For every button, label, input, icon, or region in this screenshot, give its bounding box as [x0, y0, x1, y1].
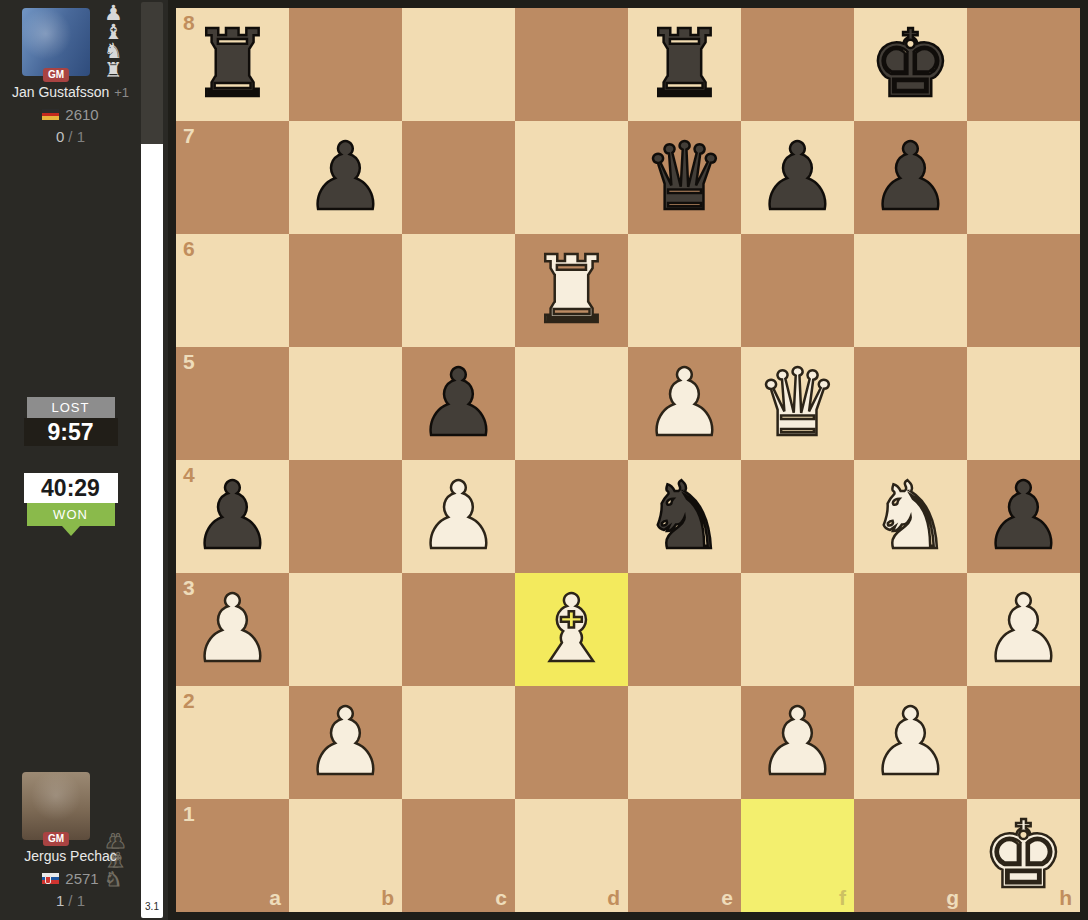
rating-row-bottom: 2571 [0, 870, 141, 887]
score-value: 0 [56, 128, 64, 145]
square-e3[interactable] [628, 573, 741, 686]
square-a4[interactable]: 4♟ [176, 460, 289, 573]
player-avatar-top[interactable]: GM [22, 8, 90, 76]
piece-white-rook[interactable]: ♜ [515, 234, 628, 347]
square-c7[interactable] [402, 121, 515, 234]
square-d2[interactable] [515, 686, 628, 799]
result-badge-won: WON [27, 503, 115, 526]
app: GM ♟♝♞♜ Jan Gustafsson +1 2610 0 / 1 LOS… [0, 0, 1088, 920]
square-a6[interactable]: 6 [176, 234, 289, 347]
piece-white-pawn[interactable]: ♟ [967, 573, 1080, 686]
clock-top-player: 9:57 [24, 418, 118, 446]
square-f6[interactable] [741, 234, 854, 347]
square-e8[interactable]: ♜ [628, 8, 741, 121]
rank-label-1: 1 [183, 803, 195, 824]
germany-flag-icon [42, 109, 59, 120]
square-c6[interactable] [402, 234, 515, 347]
rating-row-top: 2610 [0, 106, 141, 123]
piece-black-rook[interactable]: ♜ [628, 8, 741, 121]
player-rating: 2571 [65, 870, 98, 887]
square-d5[interactable] [515, 347, 628, 460]
piece-white-pawn[interactable]: ♟ [402, 460, 515, 573]
square-e4[interactable]: ♞ [628, 460, 741, 573]
square-g8[interactable]: ♚ [854, 8, 967, 121]
square-e7[interactable]: ♛ [628, 121, 741, 234]
player-avatar-bottom[interactable]: GM [22, 772, 90, 840]
piece-black-rook[interactable]: ♜ [176, 8, 289, 121]
square-h1[interactable]: h♚ [967, 799, 1080, 912]
square-d6[interactable]: ♜ [515, 234, 628, 347]
eval-white-portion: 3.1 [141, 144, 163, 918]
piece-black-king[interactable]: ♚ [854, 8, 967, 121]
piece-white-pawn[interactable]: ♟ [176, 573, 289, 686]
captured-rook-icon: ♜ [104, 58, 123, 82]
piece-white-bishop[interactable]: ♝ [515, 573, 628, 686]
square-e2[interactable] [628, 686, 741, 799]
clock-bottom-player: 40:29 [24, 473, 118, 503]
score-total: / 1 [68, 128, 85, 145]
eval-black-portion [141, 2, 163, 144]
square-a1[interactable]: 1a [176, 799, 289, 912]
match-score-bottom: 1 / 1 [0, 892, 141, 909]
piece-white-pawn[interactable]: ♟ [854, 686, 967, 799]
file-label-b: b [381, 887, 394, 908]
piece-black-pawn[interactable]: ♟ [741, 121, 854, 234]
square-a8[interactable]: 8♜ [176, 8, 289, 121]
square-e6[interactable] [628, 234, 741, 347]
rank-label-5: 5 [183, 351, 195, 372]
square-c1[interactable]: c [402, 799, 515, 912]
square-c8[interactable] [402, 8, 515, 121]
score-value: 1 [56, 892, 64, 909]
board-frame: 8♜♜♚7♟♛♟♟6♜5♟♟♛4♟♟♞♞♟3♟♝♟2♟♟♟1abcdefgh♚ [168, 0, 1088, 920]
gm-title-badge: GM [43, 832, 69, 846]
file-label-g: g [946, 887, 959, 908]
square-h3[interactable]: ♟ [967, 573, 1080, 686]
piece-white-knight[interactable]: ♞ [854, 460, 967, 573]
square-g5[interactable] [854, 347, 967, 460]
square-g7[interactable]: ♟ [854, 121, 967, 234]
square-g6[interactable] [854, 234, 967, 347]
piece-white-queen[interactable]: ♛ [741, 347, 854, 460]
piece-black-pawn[interactable]: ♟ [854, 121, 967, 234]
square-f2[interactable]: ♟ [741, 686, 854, 799]
square-b6[interactable] [289, 234, 402, 347]
eval-score: 3.1 [141, 901, 163, 912]
square-g4[interactable]: ♞ [854, 460, 967, 573]
result-badge-lost: LOST [27, 397, 115, 418]
square-b5[interactable] [289, 347, 402, 460]
gm-title-badge: GM [43, 68, 69, 82]
square-b2[interactable]: ♟ [289, 686, 402, 799]
clocks-panel: LOST 9:57 40:29 WON [0, 397, 141, 536]
square-d7[interactable] [515, 121, 628, 234]
piece-black-pawn[interactable]: ♟ [402, 347, 515, 460]
square-h4[interactable]: ♟ [967, 460, 1080, 573]
piece-black-pawn[interactable]: ♟ [176, 460, 289, 573]
player-name[interactable]: Jan Gustafsson [12, 84, 109, 100]
player-name-row-bottom: Jergus Pechac [0, 848, 141, 864]
square-h6[interactable] [967, 234, 1080, 347]
square-d4[interactable] [515, 460, 628, 573]
square-b7[interactable]: ♟ [289, 121, 402, 234]
square-f7[interactable]: ♟ [741, 121, 854, 234]
square-a2[interactable]: 2 [176, 686, 289, 799]
score-total: / 1 [68, 892, 85, 909]
piece-black-pawn[interactable]: ♟ [967, 460, 1080, 573]
square-b4[interactable] [289, 460, 402, 573]
rank-label-6: 6 [183, 238, 195, 259]
square-f4[interactable] [741, 460, 854, 573]
piece-white-king[interactable]: ♚ [967, 799, 1080, 912]
player-rating: 2610 [65, 106, 98, 123]
square-g1[interactable]: g [854, 799, 967, 912]
player-name[interactable]: Jergus Pechac [24, 848, 117, 864]
file-label-f: f [839, 887, 846, 908]
square-h2[interactable] [967, 686, 1080, 799]
square-f5[interactable]: ♛ [741, 347, 854, 460]
square-g3[interactable] [854, 573, 967, 686]
piece-white-pawn[interactable]: ♟ [741, 686, 854, 799]
piece-black-queen[interactable]: ♛ [628, 121, 741, 234]
square-c3[interactable] [402, 573, 515, 686]
square-e5[interactable]: ♟ [628, 347, 741, 460]
square-f3[interactable] [741, 573, 854, 686]
piece-black-pawn[interactable]: ♟ [289, 121, 402, 234]
square-d3[interactable]: ♝ [515, 573, 628, 686]
square-e1[interactable]: e [628, 799, 741, 912]
square-b1[interactable]: b [289, 799, 402, 912]
file-label-c: c [495, 887, 507, 908]
square-c5[interactable]: ♟ [402, 347, 515, 460]
square-h7[interactable] [967, 121, 1080, 234]
square-h5[interactable] [967, 347, 1080, 460]
square-a3[interactable]: 3♟ [176, 573, 289, 686]
sidebar: GM ♟♝♞♜ Jan Gustafsson +1 2610 0 / 1 LOS… [0, 0, 141, 920]
square-f1[interactable]: f [741, 799, 854, 912]
square-a5[interactable]: 5 [176, 347, 289, 460]
square-f8[interactable] [741, 8, 854, 121]
square-d8[interactable] [515, 8, 628, 121]
square-c2[interactable] [402, 686, 515, 799]
match-score-top: 0 / 1 [0, 128, 141, 145]
piece-white-pawn[interactable]: ♟ [289, 686, 402, 799]
file-label-e: e [721, 887, 733, 908]
file-label-d: d [607, 887, 620, 908]
player-card-bottom: GM ♟♟♝♝♞ Jergus Pechac 2571 1 / 1 [0, 764, 141, 920]
material-advantage: +1 [114, 85, 129, 100]
square-d1[interactable]: d [515, 799, 628, 912]
square-h8[interactable] [967, 8, 1080, 121]
square-b8[interactable] [289, 8, 402, 121]
chess-board: 8♜♜♚7♟♛♟♟6♜5♟♟♛4♟♟♞♞♟3♟♝♟2♟♟♟1abcdefgh♚ [176, 8, 1080, 912]
piece-white-pawn[interactable]: ♟ [628, 347, 741, 460]
file-label-a: a [269, 887, 281, 908]
player-name-row-top: Jan Gustafsson +1 [0, 84, 141, 100]
piece-black-knight[interactable]: ♞ [628, 460, 741, 573]
slovakia-flag-icon [42, 873, 59, 884]
captured-pieces-tray-top: ♟♝♞♜ [104, 4, 140, 80]
square-a7[interactable]: 7 [176, 121, 289, 234]
rank-label-7: 7 [183, 125, 195, 146]
player-card-top: GM ♟♝♞♜ Jan Gustafsson +1 2610 0 / 1 [0, 0, 141, 160]
square-c4[interactable]: ♟ [402, 460, 515, 573]
evaluation-bar: 3.1 [141, 2, 163, 918]
square-g2[interactable]: ♟ [854, 686, 967, 799]
square-b3[interactable] [289, 573, 402, 686]
active-side-pointer-icon [62, 526, 80, 536]
rank-label-2: 2 [183, 690, 195, 711]
